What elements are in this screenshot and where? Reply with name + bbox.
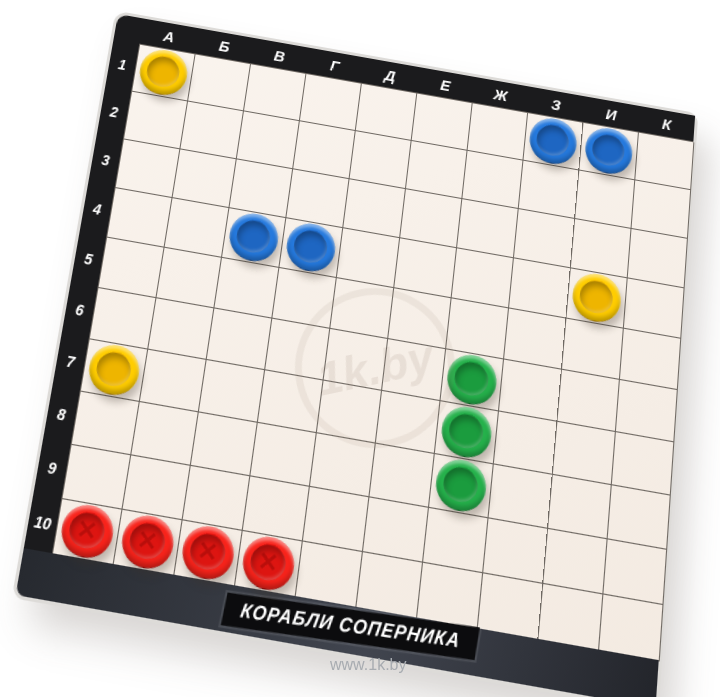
chip-green-Ж8[interactable] [433, 455, 488, 514]
hit-x-mark: ✕ [135, 527, 159, 556]
chip-blue-Г4[interactable] [283, 219, 337, 274]
chip-recess: ✕ [67, 510, 107, 551]
chip-red-Г10[interactable]: ✕ [239, 532, 297, 593]
chip-recess [448, 412, 485, 452]
board-perspective-wrapper: АБВГДЕЖЗИК 12345678910 ✕✕✕✕ КОРАБЛИ СОПЕ… [16, 14, 696, 697]
chip-red-А10[interactable]: ✕ [57, 500, 116, 561]
chip-recess [235, 218, 272, 255]
chip-red-В10[interactable]: ✕ [178, 522, 236, 583]
hit-x-mark: ✕ [75, 516, 99, 545]
chip-green-Ж7[interactable] [439, 402, 493, 460]
chip-recess [292, 228, 329, 266]
chip-blue-З1[interactable] [527, 114, 578, 167]
chip-recess: ✕ [127, 521, 167, 562]
play-grid: ✕✕✕✕ [52, 44, 693, 661]
chip-recess [442, 465, 479, 505]
watermark-url: www.1k.by [330, 656, 406, 674]
chip-yellow-А1[interactable] [136, 46, 190, 98]
chip-recess [591, 132, 625, 168]
chip-recess [145, 54, 182, 90]
chip-green-Ж6[interactable] [444, 351, 498, 408]
chip-recess [453, 360, 490, 399]
battleship-board: АБВГДЕЖЗИК 12345678910 ✕✕✕✕ КОРАБЛИ СОПЕ… [16, 14, 696, 697]
photo-canvas: 1k.by АБВГДЕЖЗИК 12345678910 ✕✕✕✕ КОРАБЛ… [0, 0, 720, 697]
chip-recess [535, 123, 570, 159]
chip-recess [94, 350, 133, 389]
chip-recess: ✕ [188, 531, 228, 573]
chip-recess [579, 278, 614, 316]
chip-yellow-А7[interactable] [85, 341, 142, 399]
hit-x-mark: ✕ [196, 538, 220, 567]
chip-blue-И1[interactable] [583, 124, 633, 177]
chip-yellow-И4[interactable] [570, 270, 622, 326]
chip-red-Б10[interactable]: ✕ [118, 511, 177, 572]
chip-recess: ✕ [248, 542, 287, 584]
hit-x-mark: ✕ [256, 548, 279, 577]
chip-blue-В4[interactable] [226, 209, 281, 264]
